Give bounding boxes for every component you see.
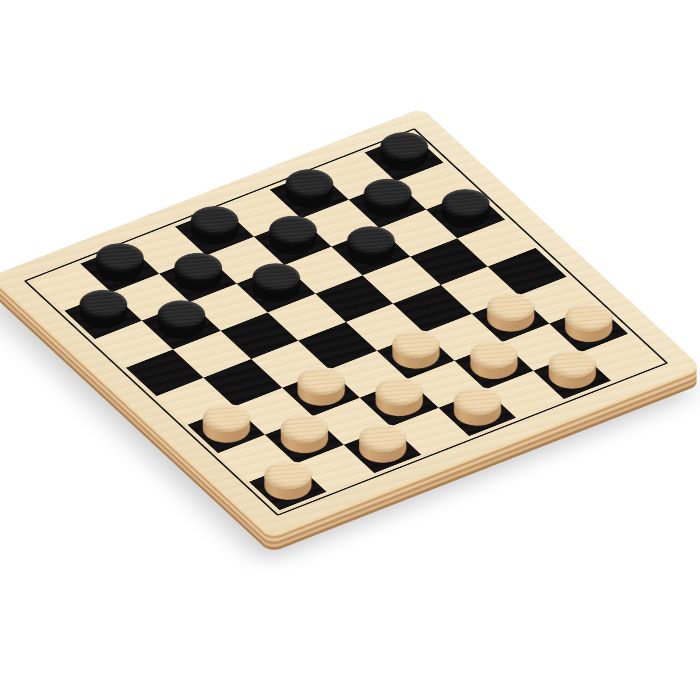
square-c3r7[interactable] — [126, 349, 204, 396]
product-photo-scene — [0, 0, 700, 700]
checkers-board — [0, 108, 700, 536]
square-c4r6[interactable] — [204, 359, 282, 406]
square-c4r4[interactable] — [299, 322, 377, 369]
